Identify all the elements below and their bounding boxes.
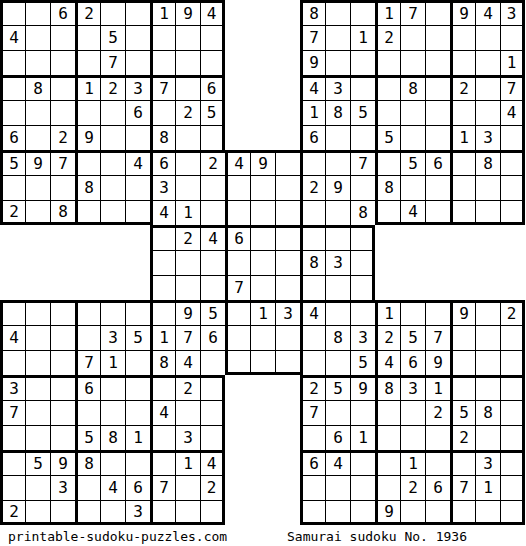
cell-r6c3[interactable] (75, 150, 100, 175)
cell-r8c17[interactable] (425, 200, 450, 225)
cell-r12c0[interactable] (0, 300, 25, 325)
cell-r5c15: 5 (375, 125, 400, 150)
cell-r0c0[interactable] (0, 0, 25, 25)
cell-r8c8[interactable] (200, 200, 225, 225)
cell-r6c12[interactable] (300, 150, 325, 175)
cell-r0c1[interactable] (25, 0, 50, 25)
cell-r5c20[interactable] (500, 125, 525, 150)
cell-r1c13[interactable] (325, 25, 350, 50)
cell-r1c6[interactable] (150, 25, 175, 50)
cell-r12c1[interactable] (25, 300, 50, 325)
cell-r17c20[interactable] (500, 425, 525, 450)
cell-r15c17: 1 (425, 375, 450, 400)
cell-r20c19[interactable] (475, 500, 500, 525)
cell-r3c4: 2 (100, 75, 125, 100)
cell-r14c13[interactable] (325, 350, 350, 375)
cell-r12c19[interactable] (475, 300, 500, 325)
cell-r11c10[interactable] (250, 275, 275, 300)
cell-r20c17[interactable] (425, 500, 450, 525)
cell-r20c7[interactable] (175, 500, 200, 525)
cell-r7c5[interactable] (125, 175, 150, 200)
cell-r17c8[interactable] (200, 425, 225, 450)
cell-r5c0: 6 (0, 125, 25, 150)
cell-r20c16[interactable] (400, 500, 425, 525)
cell-r12c6[interactable] (150, 300, 175, 325)
cell-r5c14[interactable] (350, 125, 375, 150)
cell-r6c6: 6 (150, 150, 175, 175)
cell-r0c9 (225, 0, 250, 25)
cell-r4c15[interactable] (375, 100, 400, 125)
cell-r14c19[interactable] (475, 350, 500, 375)
cell-r5c12: 6 (300, 125, 325, 150)
cell-r9c20 (500, 225, 525, 250)
cell-r12c7: 9 (175, 300, 200, 325)
cell-r4c9 (225, 100, 250, 125)
cell-r13c17: 7 (425, 325, 450, 350)
cell-r2c6[interactable] (150, 50, 175, 75)
cell-r13c12[interactable] (300, 325, 325, 350)
cell-r10c11[interactable] (275, 250, 300, 275)
cell-r4c1[interactable] (25, 100, 50, 125)
cell-r11c13[interactable] (325, 275, 350, 300)
cell-r9c14[interactable] (350, 225, 375, 250)
cell-r4c17[interactable] (425, 100, 450, 125)
cell-r14c20[interactable] (500, 350, 525, 375)
cell-r6c18[interactable] (450, 150, 475, 175)
cell-r20c11 (275, 500, 300, 525)
cell-r0c12: 8 (300, 0, 325, 25)
cell-r0c13[interactable] (325, 0, 350, 25)
cell-r18c5[interactable] (125, 450, 150, 475)
cell-r3c17[interactable] (425, 75, 450, 100)
cell-r9c18 (450, 225, 475, 250)
cell-r15c12: 2 (300, 375, 325, 400)
cell-r18c14[interactable] (350, 450, 375, 475)
cell-r13c6: 1 (150, 325, 175, 350)
cell-r12c9[interactable] (225, 300, 250, 325)
cell-r0c14[interactable] (350, 0, 375, 25)
cell-r1c15: 2 (375, 25, 400, 50)
cell-r16c14[interactable] (350, 400, 375, 425)
cell-r15c6[interactable] (150, 375, 175, 400)
cell-r20c14[interactable] (350, 500, 375, 525)
cell-r12c3[interactable] (75, 300, 100, 325)
cell-r16c11 (275, 400, 300, 425)
cell-r6c15[interactable] (375, 150, 400, 175)
cell-r2c15[interactable] (375, 50, 400, 75)
cell-r5c5[interactable] (125, 125, 150, 150)
cell-r19c3[interactable] (75, 475, 100, 500)
cell-r11c7[interactable] (175, 275, 200, 300)
cell-r6c20[interactable] (500, 150, 525, 175)
cell-r7c20[interactable] (500, 175, 525, 200)
cell-r4c2[interactable] (50, 100, 75, 125)
cell-r17c6[interactable] (150, 425, 175, 450)
cell-r2c8[interactable] (200, 50, 225, 75)
cell-r7c10[interactable] (250, 175, 275, 200)
cell-r16c13[interactable] (325, 400, 350, 425)
cell-r9c19 (475, 225, 500, 250)
cell-r18c7: 1 (175, 450, 200, 475)
cell-r16c2[interactable] (50, 400, 75, 425)
cell-r7c16[interactable] (400, 175, 425, 200)
cell-r7c18[interactable] (450, 175, 475, 200)
cell-r10c9[interactable] (225, 250, 250, 275)
cell-r6c10: 9 (250, 150, 275, 175)
cell-r11c8[interactable] (200, 275, 225, 300)
cell-r19c5: 6 (125, 475, 150, 500)
cell-r5c1[interactable] (25, 125, 50, 150)
cell-r1c3[interactable] (75, 25, 100, 50)
cell-r16c3[interactable] (75, 400, 100, 425)
cell-r9c6[interactable] (150, 225, 175, 250)
cell-r2c16[interactable] (400, 50, 425, 75)
cell-r14c2[interactable] (50, 350, 75, 375)
cell-r16c1[interactable] (25, 400, 50, 425)
cell-r10c14[interactable] (350, 250, 375, 275)
cell-r8c15[interactable] (375, 200, 400, 225)
cell-r7c9[interactable] (225, 175, 250, 200)
cell-r3c7[interactable] (175, 75, 200, 100)
cell-r6c2: 7 (50, 150, 75, 175)
cell-r1c8[interactable] (200, 25, 225, 50)
cell-r12c14[interactable] (350, 300, 375, 325)
cell-r16c12: 7 (300, 400, 325, 425)
cell-r16c16[interactable] (400, 400, 425, 425)
cell-r8c4[interactable] (100, 200, 125, 225)
cell-r14c8[interactable] (200, 350, 225, 375)
cell-r13c5: 5 (125, 325, 150, 350)
site-credit: printable-sudoku-puzzles.com (8, 529, 227, 546)
cell-r3c14[interactable] (350, 75, 375, 100)
cell-r18c15[interactable] (375, 450, 400, 475)
cell-r8c20[interactable] (500, 200, 525, 225)
cell-r4c6[interactable] (150, 100, 175, 125)
cell-r11c6[interactable] (150, 275, 175, 300)
cell-r20c20[interactable] (500, 500, 525, 525)
cell-r18c4[interactable] (100, 450, 125, 475)
cell-r2c1[interactable] (25, 50, 50, 75)
cell-r19c8: 2 (200, 475, 225, 500)
cell-r15c20[interactable] (500, 375, 525, 400)
cell-r2c19[interactable] (475, 50, 500, 75)
cell-r2c0[interactable] (0, 50, 25, 75)
cell-r19c19: 1 (475, 475, 500, 500)
cell-r2c20: 1 (500, 50, 525, 75)
cell-r15c1[interactable] (25, 375, 50, 400)
cell-r18c0[interactable] (0, 450, 25, 475)
cell-r17c12[interactable] (300, 425, 325, 450)
cell-r0c11 (275, 0, 300, 25)
cell-r10c2 (50, 250, 75, 275)
cell-r0c17[interactable] (425, 0, 450, 25)
cell-r0c5[interactable] (125, 0, 150, 25)
cell-r13c1[interactable] (25, 325, 50, 350)
cell-r20c4[interactable] (100, 500, 125, 525)
cell-r1c14: 1 (350, 25, 375, 50)
cell-r14c11[interactable] (275, 350, 300, 375)
cell-r20c1[interactable] (25, 500, 50, 525)
cell-r15c18[interactable] (450, 375, 475, 400)
cell-r4c16[interactable] (400, 100, 425, 125)
cell-r15c4[interactable] (100, 375, 125, 400)
cell-r7c12: 2 (300, 175, 325, 200)
cell-r19c15[interactable] (375, 475, 400, 500)
cell-r3c0[interactable] (0, 75, 25, 100)
cell-r8c7: 1 (175, 200, 200, 225)
cell-r12c5[interactable] (125, 300, 150, 325)
cell-r13c11[interactable] (275, 325, 300, 350)
cell-r17c19[interactable] (475, 425, 500, 450)
cell-r10c8[interactable] (200, 250, 225, 275)
cell-r18c20[interactable] (500, 450, 525, 475)
cell-r3c15[interactable] (375, 75, 400, 100)
cell-r15c5[interactable] (125, 375, 150, 400)
cell-r9c13[interactable] (325, 225, 350, 250)
cell-r1c4: 5 (100, 25, 125, 50)
cell-r17c1[interactable] (25, 425, 50, 450)
cell-r8c19[interactable] (475, 200, 500, 225)
cell-r17c2[interactable] (50, 425, 75, 450)
cell-r12c2[interactable] (50, 300, 75, 325)
cell-r11c14[interactable] (350, 275, 375, 300)
cell-r16c15[interactable] (375, 400, 400, 425)
cell-r6c7[interactable] (175, 150, 200, 175)
cell-r18c3: 8 (75, 450, 100, 475)
cell-r6c11[interactable] (275, 150, 300, 175)
cell-r20c6[interactable] (150, 500, 175, 525)
cell-r14c9[interactable] (225, 350, 250, 375)
cell-r10c4 (100, 250, 125, 275)
cell-r0c16: 7 (400, 0, 425, 25)
cell-r15c7: 2 (175, 375, 200, 400)
cell-r5c11 (275, 125, 300, 150)
cell-r7c2[interactable] (50, 175, 75, 200)
cell-r18c18[interactable] (450, 450, 475, 475)
cell-r9c5 (125, 225, 150, 250)
cell-r4c3[interactable] (75, 100, 100, 125)
cell-r13c18[interactable] (450, 325, 475, 350)
cell-r9c11[interactable] (275, 225, 300, 250)
cell-r1c16[interactable] (400, 25, 425, 50)
cell-r8c11[interactable] (275, 200, 300, 225)
cell-r16c8[interactable] (200, 400, 225, 425)
cell-r10c6[interactable] (150, 250, 175, 275)
cell-r12c4[interactable] (100, 300, 125, 325)
cell-r4c0[interactable] (0, 100, 25, 125)
cell-r12c16[interactable] (400, 300, 425, 325)
cell-r18c8: 4 (200, 450, 225, 475)
cell-r20c3[interactable] (75, 500, 100, 525)
cell-r3c18: 2 (450, 75, 475, 100)
cell-r7c19[interactable] (475, 175, 500, 200)
cell-r1c18[interactable] (450, 25, 475, 50)
cell-r13c10[interactable] (250, 325, 275, 350)
cell-r6c13[interactable] (325, 150, 350, 175)
cell-r0c3: 2 (75, 0, 100, 25)
cell-r7c1[interactable] (25, 175, 50, 200)
cell-r1c11 (275, 25, 300, 50)
cell-r3c2[interactable] (50, 75, 75, 100)
cell-r19c4: 4 (100, 475, 125, 500)
cell-r9c12[interactable] (300, 225, 325, 250)
cell-r15c8[interactable] (200, 375, 225, 400)
cell-r19c12[interactable] (300, 475, 325, 500)
cell-r19c14[interactable] (350, 475, 375, 500)
cell-r18c17[interactable] (425, 450, 450, 475)
cell-r16c4[interactable] (100, 400, 125, 425)
cell-r13c20[interactable] (500, 325, 525, 350)
cell-r20c18[interactable] (450, 500, 475, 525)
cell-r8c13[interactable] (325, 200, 350, 225)
cell-r4c19[interactable] (475, 100, 500, 125)
puzzle-caption: Samurai sudoku No. 1936 (287, 529, 467, 546)
cell-r19c11 (275, 475, 300, 500)
cell-r2c4: 7 (100, 50, 125, 75)
cell-r18c13: 4 (325, 450, 350, 475)
cell-r14c12[interactable] (300, 350, 325, 375)
cell-r14c0[interactable] (0, 350, 25, 375)
cell-r5c13[interactable] (325, 125, 350, 150)
cell-r13c9[interactable] (225, 325, 250, 350)
cell-r11c18 (450, 275, 475, 300)
cell-r9c1 (25, 225, 50, 250)
cell-r12c18: 9 (450, 300, 475, 325)
cell-r1c20[interactable] (500, 25, 525, 50)
cell-r19c10 (250, 475, 275, 500)
cell-r3c19[interactable] (475, 75, 500, 100)
cell-r14c10[interactable] (250, 350, 275, 375)
cell-r17c0[interactable] (0, 425, 25, 450)
cell-r18c6[interactable] (150, 450, 175, 475)
cell-r4c12: 1 (300, 100, 325, 125)
cell-r2c13[interactable] (325, 50, 350, 75)
cell-r14c18[interactable] (450, 350, 475, 375)
cell-r17c17[interactable] (425, 425, 450, 450)
cell-r7c8[interactable] (200, 175, 225, 200)
cell-r4c4[interactable] (100, 100, 125, 125)
cell-r7c4[interactable] (100, 175, 125, 200)
cell-r1c2[interactable] (50, 25, 75, 50)
cell-r2c9 (225, 50, 250, 75)
cell-r2c5[interactable] (125, 50, 150, 75)
cell-r14c1[interactable] (25, 350, 50, 375)
cell-r7c11[interactable] (275, 175, 300, 200)
cell-r1c17[interactable] (425, 25, 450, 50)
cell-r10c7[interactable] (175, 250, 200, 275)
cell-r4c18[interactable] (450, 100, 475, 125)
cell-r1c9 (225, 25, 250, 50)
cell-r18c2: 9 (50, 450, 75, 475)
cell-r19c20[interactable] (500, 475, 525, 500)
cell-r17c7: 3 (175, 425, 200, 450)
cell-r19c2: 3 (50, 475, 75, 500)
cell-r16c5[interactable] (125, 400, 150, 425)
cell-r20c8[interactable] (200, 500, 225, 525)
cell-r8c12[interactable] (300, 200, 325, 225)
cell-r7c17[interactable] (425, 175, 450, 200)
cell-r0c4[interactable] (100, 0, 125, 25)
cell-r8c10[interactable] (250, 200, 275, 225)
cell-r12c13[interactable] (325, 300, 350, 325)
cell-r1c7[interactable] (175, 25, 200, 50)
cell-r14c4: 1 (100, 350, 125, 375)
cell-r17c16[interactable] (400, 425, 425, 450)
cell-r10c10[interactable] (250, 250, 275, 275)
cell-r3c20: 7 (500, 75, 525, 100)
cell-r18c16: 1 (400, 450, 425, 475)
cell-r8c18[interactable] (450, 200, 475, 225)
cell-r11c12[interactable] (300, 275, 325, 300)
cell-r2c2[interactable] (50, 50, 75, 75)
cell-r19c13[interactable] (325, 475, 350, 500)
cell-r4c14: 5 (350, 100, 375, 125)
cell-r20c9 (225, 500, 250, 525)
cell-r16c20[interactable] (500, 400, 525, 425)
cell-r7c3: 8 (75, 175, 100, 200)
cell-r20c2[interactable] (50, 500, 75, 525)
cell-r20c13[interactable] (325, 500, 350, 525)
cell-r19c1[interactable] (25, 475, 50, 500)
cell-r2c14[interactable] (350, 50, 375, 75)
cell-r20c12[interactable] (300, 500, 325, 525)
cell-r0c10 (250, 0, 275, 25)
cell-r15c19[interactable] (475, 375, 500, 400)
cell-r16c7[interactable] (175, 400, 200, 425)
cell-r19c0[interactable] (0, 475, 25, 500)
cell-r13c2[interactable] (50, 325, 75, 350)
cell-r2c18[interactable] (450, 50, 475, 75)
cell-r8c5[interactable] (125, 200, 150, 225)
cell-r5c4[interactable] (100, 125, 125, 150)
cell-r5c17[interactable] (425, 125, 450, 150)
cell-r8c9[interactable] (225, 200, 250, 225)
cell-r12c17[interactable] (425, 300, 450, 325)
cell-r8c1[interactable] (25, 200, 50, 225)
cell-r13c19[interactable] (475, 325, 500, 350)
cell-r16c17: 2 (425, 400, 450, 425)
cell-r5c16[interactable] (400, 125, 425, 150)
cell-r13c3[interactable] (75, 325, 100, 350)
cell-r19c9 (225, 475, 250, 500)
cell-r1c1[interactable] (25, 25, 50, 50)
cell-r17c11 (275, 425, 300, 450)
cell-r2c17[interactable] (425, 50, 450, 75)
cell-r4c11 (275, 100, 300, 125)
cell-r8c3[interactable] (75, 200, 100, 225)
cell-r7c14[interactable] (350, 175, 375, 200)
cell-r5c7[interactable] (175, 125, 200, 150)
cell-r2c3[interactable] (75, 50, 100, 75)
cell-r5c8[interactable] (200, 125, 225, 150)
cell-r11c11[interactable] (275, 275, 300, 300)
cell-r17c15[interactable] (375, 425, 400, 450)
cell-r15c2[interactable] (50, 375, 75, 400)
cell-r7c7[interactable] (175, 175, 200, 200)
cell-r7c0[interactable] (0, 175, 25, 200)
cell-r9c10[interactable] (250, 225, 275, 250)
cell-r3c11 (275, 75, 300, 100)
cell-r6c4[interactable] (100, 150, 125, 175)
cell-r19c7[interactable] (175, 475, 200, 500)
cell-r1c19[interactable] (475, 25, 500, 50)
cell-r1c5[interactable] (125, 25, 150, 50)
cell-r0c15: 1 (375, 0, 400, 25)
cell-r14c5[interactable] (125, 350, 150, 375)
cell-r15c11 (275, 375, 300, 400)
cell-r10c15 (375, 250, 400, 275)
cell-r2c7[interactable] (175, 50, 200, 75)
